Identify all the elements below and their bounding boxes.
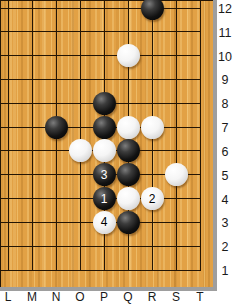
board-edge-shadow-right [213, 0, 217, 291]
column-label-L: L [5, 290, 12, 304]
stone-black-P4[interactable]: 1 [93, 187, 116, 210]
column-label-M: M [27, 290, 37, 304]
move-number-label: 4 [93, 211, 116, 234]
grid-line-row-2 [0, 246, 201, 247]
stone-black-R12[interactable] [141, 0, 164, 20]
stone-white-O6[interactable] [69, 139, 92, 162]
row-label-7: 7 [222, 121, 229, 135]
grid-line-row-11 [0, 31, 201, 32]
stone-white-Q4[interactable] [117, 187, 140, 210]
row-label-1: 1 [222, 264, 229, 278]
row-label-5: 5 [222, 169, 229, 183]
grid-line-column-L [8, 0, 9, 271]
grid-line-column-M [32, 0, 33, 271]
stone-white-Q10[interactable] [117, 44, 140, 67]
stone-black-Q3[interactable] [117, 211, 140, 234]
row-label-4: 4 [222, 193, 229, 207]
grid-line-row-9 [0, 79, 201, 80]
grid-line-column-S [176, 0, 177, 271]
stone-black-P8[interactable] [93, 92, 116, 115]
stone-black-P7[interactable] [93, 116, 116, 139]
row-label-9: 9 [222, 73, 229, 87]
grid-line-row-12 [0, 8, 201, 9]
column-label-O: O [75, 290, 84, 304]
column-label-R: R [148, 290, 157, 304]
column-label-S: S [172, 290, 180, 304]
row-label-6: 6 [222, 145, 229, 159]
row-label-12: 12 [218, 2, 232, 16]
column-label-T: T [196, 290, 203, 304]
stone-white-R4[interactable]: 2 [141, 187, 164, 210]
board-clip-edge-left [0, 0, 1, 287]
move-number-label: 1 [93, 187, 116, 210]
column-label-Q: Q [123, 290, 132, 304]
row-label-8: 8 [222, 97, 229, 111]
stone-white-P3[interactable]: 4 [93, 211, 116, 234]
grid-line-column-T [200, 0, 201, 271]
row-label-2: 2 [222, 240, 229, 254]
grid-line-row-1 [0, 270, 201, 271]
grid-line-row-10 [0, 55, 201, 56]
column-label-N: N [52, 290, 61, 304]
stone-black-P5[interactable]: 3 [93, 163, 116, 186]
stone-white-S5[interactable] [165, 163, 188, 186]
stone-white-P6[interactable] [93, 139, 116, 162]
grid-line-column-O [80, 0, 81, 271]
stone-black-Q5[interactable] [117, 163, 140, 186]
go-diagram-screenshot: 3124 LMNOPQRST 121110987654321 [0, 0, 236, 308]
row-label-11: 11 [219, 26, 232, 40]
stone-black-N7[interactable] [45, 116, 68, 139]
move-number-label: 2 [141, 187, 164, 210]
stone-white-Q7[interactable] [117, 116, 140, 139]
row-label-3: 3 [222, 216, 229, 230]
column-label-P: P [100, 290, 108, 304]
row-label-10: 10 [218, 50, 232, 64]
stone-white-R7[interactable] [141, 116, 164, 139]
move-number-label: 3 [93, 163, 116, 186]
go-board[interactable]: 3124 [0, 0, 213, 287]
stone-black-Q6[interactable] [117, 139, 140, 162]
